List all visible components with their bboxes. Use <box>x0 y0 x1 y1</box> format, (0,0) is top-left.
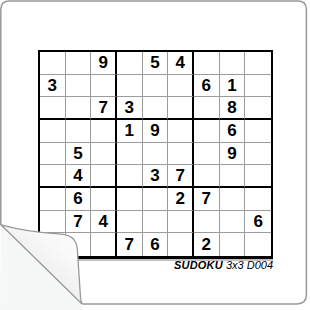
sudoku-cell-r5c6[interactable] <box>168 143 194 166</box>
sudoku-cell-r2c4[interactable] <box>117 75 143 98</box>
sudoku-cell-r9c9[interactable] <box>245 233 271 256</box>
sudoku-cell-r7c3[interactable] <box>91 188 117 211</box>
sudoku-cell-r7c9[interactable] <box>245 188 271 211</box>
sudoku-cell-r6c6[interactable]: 7 <box>168 165 194 188</box>
sudoku-cell-r9c3[interactable] <box>91 233 117 256</box>
sudoku-cell-r8c2[interactable]: 7 <box>66 211 92 234</box>
sudoku-cell-r7c2[interactable]: 6 <box>66 188 92 211</box>
sudoku-cell-r3c9[interactable] <box>245 97 271 120</box>
sudoku-cell-r2c1[interactable]: 3 <box>40 75 66 98</box>
sudoku-cell-r6c4[interactable] <box>117 165 143 188</box>
sudoku-cell-r6c9[interactable] <box>245 165 271 188</box>
sudoku-cell-r4c6[interactable] <box>168 120 194 143</box>
sudoku-cell-r2c6[interactable] <box>168 75 194 98</box>
sudoku-cell-r6c7[interactable] <box>194 165 220 188</box>
sudoku-cell-r7c8[interactable] <box>220 188 246 211</box>
sudoku-cell-r3c8[interactable]: 8 <box>220 97 246 120</box>
sudoku-cell-r9c5[interactable]: 6 <box>143 233 169 256</box>
sudoku-cell-r1c6[interactable]: 4 <box>168 52 194 75</box>
sudoku-cell-r5c8[interactable]: 9 <box>220 143 246 166</box>
sudoku-cell-r2c3[interactable] <box>91 75 117 98</box>
sudoku-cell-r7c5[interactable] <box>143 188 169 211</box>
sudoku-cell-r5c1[interactable] <box>40 143 66 166</box>
sudoku-cell-r8c3[interactable]: 4 <box>91 211 117 234</box>
sudoku-cell-r1c8[interactable] <box>220 52 246 75</box>
sudoku-cell-r3c3[interactable]: 7 <box>91 97 117 120</box>
sudoku-cell-r4c7[interactable] <box>194 120 220 143</box>
sudoku-cell-r8c1[interactable] <box>40 211 66 234</box>
sudoku-cell-r1c1[interactable] <box>40 52 66 75</box>
sudoku-cell-r1c9[interactable] <box>245 52 271 75</box>
sudoku-cell-r9c1[interactable] <box>40 233 66 256</box>
sudoku-cell-r3c6[interactable] <box>168 97 194 120</box>
sudoku-grid: 95436173819659437627746762 <box>38 50 273 259</box>
sudoku-cell-r7c1[interactable] <box>40 188 66 211</box>
sudoku-cell-r1c2[interactable] <box>66 52 92 75</box>
sudoku-cell-r3c5[interactable] <box>143 97 169 120</box>
sudoku-cell-r1c3[interactable]: 9 <box>91 52 117 75</box>
sudoku-cell-r8c8[interactable] <box>220 211 246 234</box>
sudoku-cell-r5c9[interactable] <box>245 143 271 166</box>
footer-brand: SUDOKU <box>174 259 223 271</box>
sudoku-cell-r9c2[interactable] <box>66 233 92 256</box>
sudoku-cell-r3c4[interactable]: 3 <box>117 97 143 120</box>
sudoku-cell-r5c4[interactable] <box>117 143 143 166</box>
sudoku-cell-r2c5[interactable] <box>143 75 169 98</box>
sudoku-cell-r4c3[interactable] <box>91 120 117 143</box>
sudoku-cell-r8c5[interactable] <box>143 211 169 234</box>
sudoku-cell-r4c8[interactable]: 6 <box>220 120 246 143</box>
sudoku-cell-r2c9[interactable] <box>245 75 271 98</box>
sudoku-cell-r6c3[interactable] <box>91 165 117 188</box>
sudoku-cell-r9c4[interactable]: 7 <box>117 233 143 256</box>
sudoku-cell-r1c4[interactable] <box>117 52 143 75</box>
sudoku-cell-r7c4[interactable] <box>117 188 143 211</box>
sudoku-cell-r1c7[interactable] <box>194 52 220 75</box>
sudoku-cell-r6c2[interactable]: 4 <box>66 165 92 188</box>
sudoku-cell-r3c1[interactable] <box>40 97 66 120</box>
sudoku-cell-r8c7[interactable] <box>194 211 220 234</box>
sudoku-cell-r5c2[interactable]: 5 <box>66 143 92 166</box>
sudoku-cell-r4c1[interactable] <box>40 120 66 143</box>
sudoku-cell-r5c7[interactable] <box>194 143 220 166</box>
sudoku-cell-r4c5[interactable]: 9 <box>143 120 169 143</box>
sudoku-cell-r6c5[interactable]: 3 <box>143 165 169 188</box>
sudoku-cell-r4c4[interactable]: 1 <box>117 120 143 143</box>
sudoku-cell-r9c8[interactable] <box>220 233 246 256</box>
sudoku-cell-r6c8[interactable] <box>220 165 246 188</box>
sudoku-cell-r4c2[interactable] <box>66 120 92 143</box>
sudoku-cell-r7c7[interactable]: 7 <box>194 188 220 211</box>
puzzle-footer: SUDOKU3x3 D004 <box>38 259 273 272</box>
sudoku-cell-r2c7[interactable]: 6 <box>194 75 220 98</box>
puzzle-page: 95436173819659437627746762 SUDOKU3x3 D00… <box>0 0 310 310</box>
sudoku-cell-r5c3[interactable] <box>91 143 117 166</box>
sudoku-cell-r1c5[interactable]: 5 <box>143 52 169 75</box>
sudoku-cell-r9c6[interactable] <box>168 233 194 256</box>
sudoku-cell-r8c6[interactable] <box>168 211 194 234</box>
sudoku-cell-r2c8[interactable]: 1 <box>220 75 246 98</box>
sudoku-cell-r2c2[interactable] <box>66 75 92 98</box>
sudoku-cell-r9c7[interactable]: 2 <box>194 233 220 256</box>
sudoku-cell-r8c4[interactable] <box>117 211 143 234</box>
sudoku-cell-r5c5[interactable] <box>143 143 169 166</box>
footer-meta: 3x3 D004 <box>226 259 273 271</box>
sudoku-cell-r7c6[interactable]: 2 <box>168 188 194 211</box>
sudoku-cell-r3c7[interactable] <box>194 97 220 120</box>
sudoku-cell-r4c9[interactable] <box>245 120 271 143</box>
sudoku-cell-r8c9[interactable]: 6 <box>245 211 271 234</box>
sudoku-cell-r6c1[interactable] <box>40 165 66 188</box>
sudoku-cell-r3c2[interactable] <box>66 97 92 120</box>
